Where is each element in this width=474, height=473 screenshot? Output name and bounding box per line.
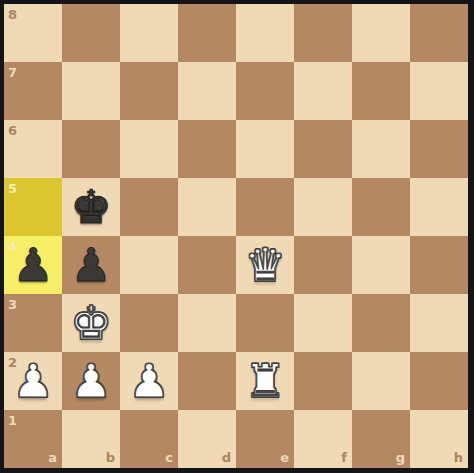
file-label-d: d [222,451,231,464]
square-d1[interactable]: d [178,410,236,468]
rank-label-7: 7 [8,66,17,79]
square-c7[interactable] [120,62,178,120]
square-e4[interactable]: ♛ [236,236,294,294]
square-h1[interactable]: h [410,410,468,468]
square-d2[interactable] [178,352,236,410]
file-label-c: c [165,451,173,464]
square-e2[interactable]: ♜ [236,352,294,410]
square-h2[interactable] [410,352,468,410]
rank-label-5: 5 [8,182,17,195]
square-e3[interactable] [236,294,294,352]
square-a3[interactable]: 3 [4,294,62,352]
square-h7[interactable] [410,62,468,120]
square-b3[interactable]: ♚ [62,294,120,352]
white-pawn-c2[interactable]: ♟ [120,352,178,410]
white-rook-e2[interactable]: ♜ [236,352,294,410]
square-a6[interactable]: 6 [4,120,62,178]
file-label-f: f [341,451,347,464]
square-c3[interactable] [120,294,178,352]
square-d4[interactable] [178,236,236,294]
square-c6[interactable] [120,120,178,178]
square-a2[interactable]: 2♟ [4,352,62,410]
square-h4[interactable] [410,236,468,294]
square-c5[interactable] [120,178,178,236]
square-d6[interactable] [178,120,236,178]
square-c2[interactable]: ♟ [120,352,178,410]
rank-label-1: 1 [8,414,17,427]
square-g3[interactable] [352,294,410,352]
rank-label-6: 6 [8,124,17,137]
square-b1[interactable]: b [62,410,120,468]
square-h3[interactable] [410,294,468,352]
square-b4[interactable]: ♟ [62,236,120,294]
square-f4[interactable] [294,236,352,294]
square-d8[interactable] [178,4,236,62]
square-e7[interactable] [236,62,294,120]
file-label-g: g [396,451,405,464]
square-f6[interactable] [294,120,352,178]
white-queen-e4[interactable]: ♛ [236,236,294,294]
square-g6[interactable] [352,120,410,178]
square-c1[interactable]: c [120,410,178,468]
rank-label-3: 3 [8,298,17,311]
square-g1[interactable]: g [352,410,410,468]
square-e1[interactable]: e [236,410,294,468]
square-d5[interactable] [178,178,236,236]
square-e8[interactable] [236,4,294,62]
square-f2[interactable] [294,352,352,410]
square-f3[interactable] [294,294,352,352]
square-e5[interactable] [236,178,294,236]
rank-label-8: 8 [8,8,17,21]
square-f5[interactable] [294,178,352,236]
black-pawn-b4[interactable]: ♟ [62,236,120,294]
file-label-a: a [48,451,57,464]
square-c4[interactable] [120,236,178,294]
square-f8[interactable] [294,4,352,62]
square-b7[interactable] [62,62,120,120]
square-g8[interactable] [352,4,410,62]
chess-board: 8765♚4♟♟♛3♚2♟♟♟♜1abcdefgh [4,4,468,468]
square-b5[interactable]: ♚ [62,178,120,236]
black-king-b5[interactable]: ♚ [62,178,120,236]
square-h5[interactable] [410,178,468,236]
square-d3[interactable] [178,294,236,352]
square-a5[interactable]: 5 [4,178,62,236]
board-frame: 8765♚4♟♟♛3♚2♟♟♟♜1abcdefgh [0,0,474,473]
black-pawn-a4[interactable]: ♟ [4,236,62,294]
square-e6[interactable] [236,120,294,178]
square-h8[interactable] [410,4,468,62]
square-c8[interactable] [120,4,178,62]
square-b6[interactable] [62,120,120,178]
square-h6[interactable] [410,120,468,178]
square-a7[interactable]: 7 [4,62,62,120]
file-label-e: e [280,451,289,464]
square-g4[interactable] [352,236,410,294]
square-d7[interactable] [178,62,236,120]
file-label-b: b [106,451,115,464]
square-f1[interactable]: f [294,410,352,468]
square-a8[interactable]: 8 [4,4,62,62]
square-g7[interactable] [352,62,410,120]
square-g2[interactable] [352,352,410,410]
white-pawn-a2[interactable]: ♟ [4,352,62,410]
file-label-h: h [454,451,463,464]
square-a4[interactable]: 4♟ [4,236,62,294]
white-king-b3[interactable]: ♚ [62,294,120,352]
square-g5[interactable] [352,178,410,236]
square-b2[interactable]: ♟ [62,352,120,410]
square-b8[interactable] [62,4,120,62]
square-a1[interactable]: 1a [4,410,62,468]
square-f7[interactable] [294,62,352,120]
white-pawn-b2[interactable]: ♟ [62,352,120,410]
